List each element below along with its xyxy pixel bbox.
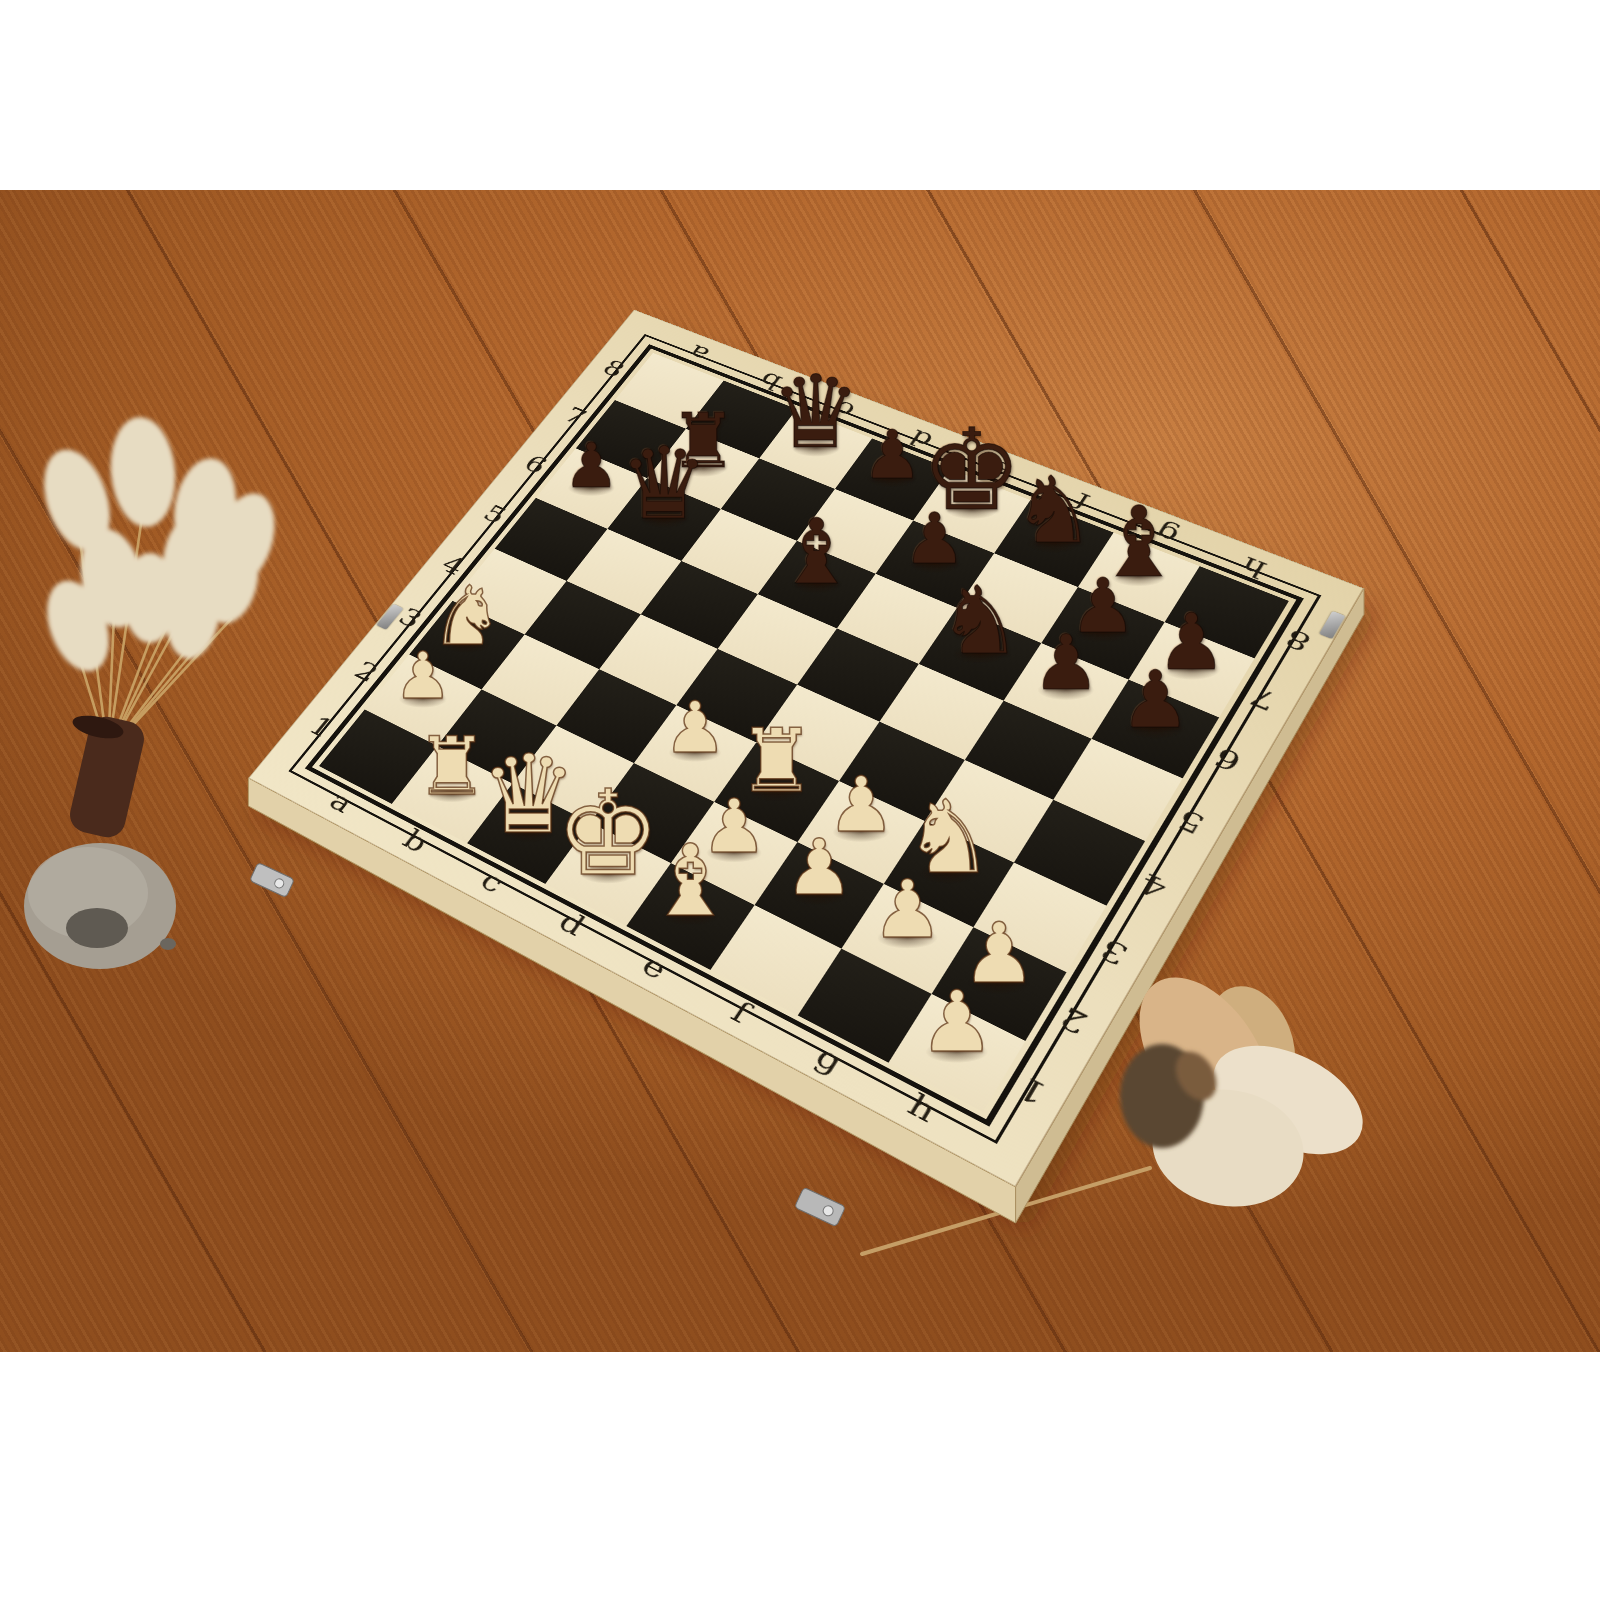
piece-white-pawn-a2[interactable]: ♟ bbox=[394, 645, 452, 710]
gray-stone-pot bbox=[24, 843, 176, 969]
piece-black-bishop-d6[interactable]: ♝ bbox=[776, 507, 857, 597]
photo-of-wooden-chess-set: aabbccddeeffgghh1122334455667788 ♛♟♚♞♝♜♟… bbox=[0, 0, 1600, 1600]
piece-black-pawn-g6[interactable]: ♟ bbox=[1032, 625, 1100, 701]
piece-white-bishop-e1[interactable]: ♝ bbox=[646, 832, 735, 931]
piece-white-rook-b1[interactable]: ♜ bbox=[416, 726, 488, 806]
piece-white-pawn-g2[interactable]: ♟ bbox=[871, 870, 943, 950]
piece-black-pawn-a6[interactable]: ♟ bbox=[564, 435, 620, 497]
piece-black-pawn-h6[interactable]: ♟ bbox=[1120, 661, 1191, 740]
piece-white-pawn-h1[interactable]: ♟ bbox=[919, 980, 995, 1065]
piece-black-pawn-d8[interactable]: ♟ bbox=[862, 422, 922, 489]
piece-black-knight-f6[interactable]: ♞ bbox=[938, 574, 1022, 668]
piece-black-queen-c8[interactable]: ♛ bbox=[770, 363, 860, 464]
piece-black-pawn-e7[interactable]: ♟ bbox=[903, 504, 966, 574]
piece-white-pawn-f2[interactable]: ♟ bbox=[784, 829, 853, 906]
piece-black-queen-b6[interactable]: ♛ bbox=[619, 434, 708, 533]
brown-bud-vase bbox=[66, 711, 147, 840]
piece-white-pawn-d3[interactable]: ♟ bbox=[663, 692, 727, 763]
bunny-tail-grass-bouquet bbox=[32, 414, 285, 679]
piece-black-knight-f8[interactable]: ♞ bbox=[1013, 465, 1095, 557]
dried-seed-pod-flower bbox=[1113, 954, 1380, 1218]
